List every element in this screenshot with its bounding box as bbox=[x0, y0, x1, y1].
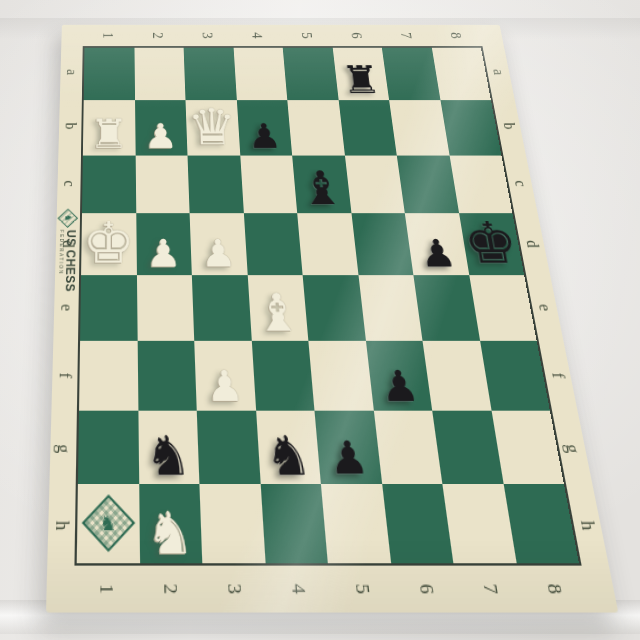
white-king[interactable]: ♚ bbox=[82, 215, 136, 271]
square-b1[interactable]: ♜ bbox=[83, 100, 135, 155]
square-f6[interactable]: ♟ bbox=[365, 341, 432, 411]
square-h2[interactable]: ♞ bbox=[139, 484, 203, 563]
square-h3[interactable] bbox=[199, 484, 265, 563]
white-pawn[interactable]: ♟ bbox=[205, 364, 245, 407]
square-g1[interactable] bbox=[78, 410, 139, 484]
black-rook[interactable]: ♜ bbox=[339, 60, 383, 98]
square-h1[interactable]: ♞ bbox=[77, 484, 140, 563]
square-a3[interactable] bbox=[184, 48, 237, 100]
square-h5[interactable] bbox=[321, 484, 391, 563]
us-chess-corner-logo: ♞ bbox=[81, 495, 134, 553]
square-f3[interactable]: ♟ bbox=[194, 341, 255, 411]
square-g8[interactable] bbox=[491, 410, 564, 484]
square-g3[interactable] bbox=[197, 410, 260, 484]
square-c2[interactable] bbox=[135, 155, 189, 213]
black-king[interactable]: ♚ bbox=[460, 215, 523, 271]
square-c3[interactable] bbox=[187, 155, 243, 213]
square-d6[interactable] bbox=[351, 213, 413, 275]
black-pawn[interactable]: ♟ bbox=[327, 435, 370, 480]
square-e6[interactable] bbox=[358, 275, 422, 340]
square-c6[interactable] bbox=[344, 155, 404, 213]
square-d5[interactable] bbox=[297, 213, 358, 275]
square-b6[interactable] bbox=[338, 100, 397, 155]
square-f4[interactable] bbox=[251, 341, 314, 411]
square-b4[interactable]: ♟ bbox=[236, 100, 292, 155]
square-g5[interactable]: ♟ bbox=[314, 410, 381, 484]
white-rook[interactable]: ♜ bbox=[89, 113, 130, 153]
square-b8[interactable] bbox=[440, 100, 501, 155]
square-d3[interactable]: ♟ bbox=[190, 213, 248, 275]
square-f8[interactable] bbox=[480, 341, 550, 411]
square-a5[interactable] bbox=[283, 48, 338, 100]
black-pawn[interactable]: ♟ bbox=[378, 364, 421, 407]
square-e1[interactable] bbox=[80, 275, 137, 340]
black-knight[interactable]: ♞ bbox=[145, 429, 193, 483]
square-g4[interactable]: ♞ bbox=[256, 410, 321, 484]
us-chess-brand: ♞ US CHESS FEDERATION bbox=[54, 211, 79, 347]
square-c7[interactable] bbox=[397, 155, 459, 213]
square-a4[interactable] bbox=[233, 48, 287, 100]
square-e5[interactable] bbox=[303, 275, 366, 340]
square-d2[interactable]: ♟ bbox=[136, 213, 192, 275]
square-c4[interactable] bbox=[240, 155, 297, 213]
square-a7[interactable] bbox=[382, 48, 440, 100]
white-pawn[interactable]: ♟ bbox=[200, 234, 237, 272]
white-bishop[interactable]: ♝ bbox=[252, 287, 303, 339]
square-a1[interactable] bbox=[84, 48, 135, 100]
square-a2[interactable] bbox=[134, 48, 185, 100]
square-b5[interactable] bbox=[287, 100, 344, 155]
square-h8[interactable] bbox=[503, 484, 579, 563]
brand-title: US CHESS bbox=[64, 230, 77, 292]
square-d1[interactable]: ♚ bbox=[81, 213, 136, 275]
square-h6[interactable] bbox=[382, 484, 454, 563]
rank-labels-bottom: 12345678 bbox=[74, 566, 591, 613]
board-perspective-wrapper: 12345678 12345678 abcdefgh abcdefgh ♞ US… bbox=[29, 0, 577, 577]
square-f5[interactable] bbox=[308, 341, 373, 411]
square-b3[interactable]: ♛ bbox=[185, 100, 239, 155]
square-c1[interactable] bbox=[82, 155, 136, 213]
square-g6[interactable] bbox=[373, 410, 442, 484]
white-pawn[interactable]: ♟ bbox=[146, 234, 182, 272]
square-b2[interactable]: ♟ bbox=[135, 100, 188, 155]
black-bishop[interactable]: ♝ bbox=[297, 165, 346, 211]
knight-logo-icon: ♞ bbox=[100, 513, 117, 533]
square-e8[interactable] bbox=[469, 275, 537, 340]
square-g2[interactable]: ♞ bbox=[138, 410, 200, 484]
square-d4[interactable] bbox=[243, 213, 302, 275]
brand-subtitle: FEDERATION bbox=[58, 230, 64, 275]
square-a6[interactable]: ♜ bbox=[332, 48, 389, 100]
white-knight[interactable]: ♞ bbox=[146, 504, 195, 562]
square-c5[interactable]: ♝ bbox=[292, 155, 351, 213]
square-b7[interactable] bbox=[389, 100, 449, 155]
square-e4[interactable]: ♝ bbox=[247, 275, 308, 340]
square-f1[interactable] bbox=[79, 341, 138, 411]
square-f2[interactable] bbox=[137, 341, 197, 411]
black-knight[interactable]: ♞ bbox=[263, 429, 314, 483]
square-c8[interactable] bbox=[449, 155, 512, 213]
square-h4[interactable] bbox=[260, 484, 328, 563]
square-e3[interactable] bbox=[192, 275, 251, 340]
knight-logo-icon: ♞ bbox=[64, 215, 73, 222]
rank-labels-top: 12345678 bbox=[83, 25, 483, 46]
us-chess-diamond-logo: ♞ bbox=[58, 209, 79, 228]
black-pawn[interactable]: ♟ bbox=[247, 119, 283, 153]
square-e2[interactable] bbox=[136, 275, 194, 340]
chess-mat: 12345678 12345678 abcdefgh abcdefgh ♞ US… bbox=[46, 25, 618, 613]
black-pawn[interactable]: ♟ bbox=[417, 234, 458, 272]
square-d8[interactable]: ♚ bbox=[459, 213, 525, 275]
square-a8[interactable] bbox=[431, 48, 490, 100]
white-queen[interactable]: ♛ bbox=[186, 101, 238, 151]
white-pawn[interactable]: ♟ bbox=[144, 119, 178, 153]
